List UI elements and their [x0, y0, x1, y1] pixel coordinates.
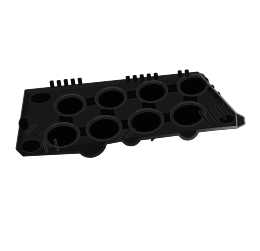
product-image	[0, 0, 260, 251]
tray-photo-svg	[0, 0, 260, 251]
